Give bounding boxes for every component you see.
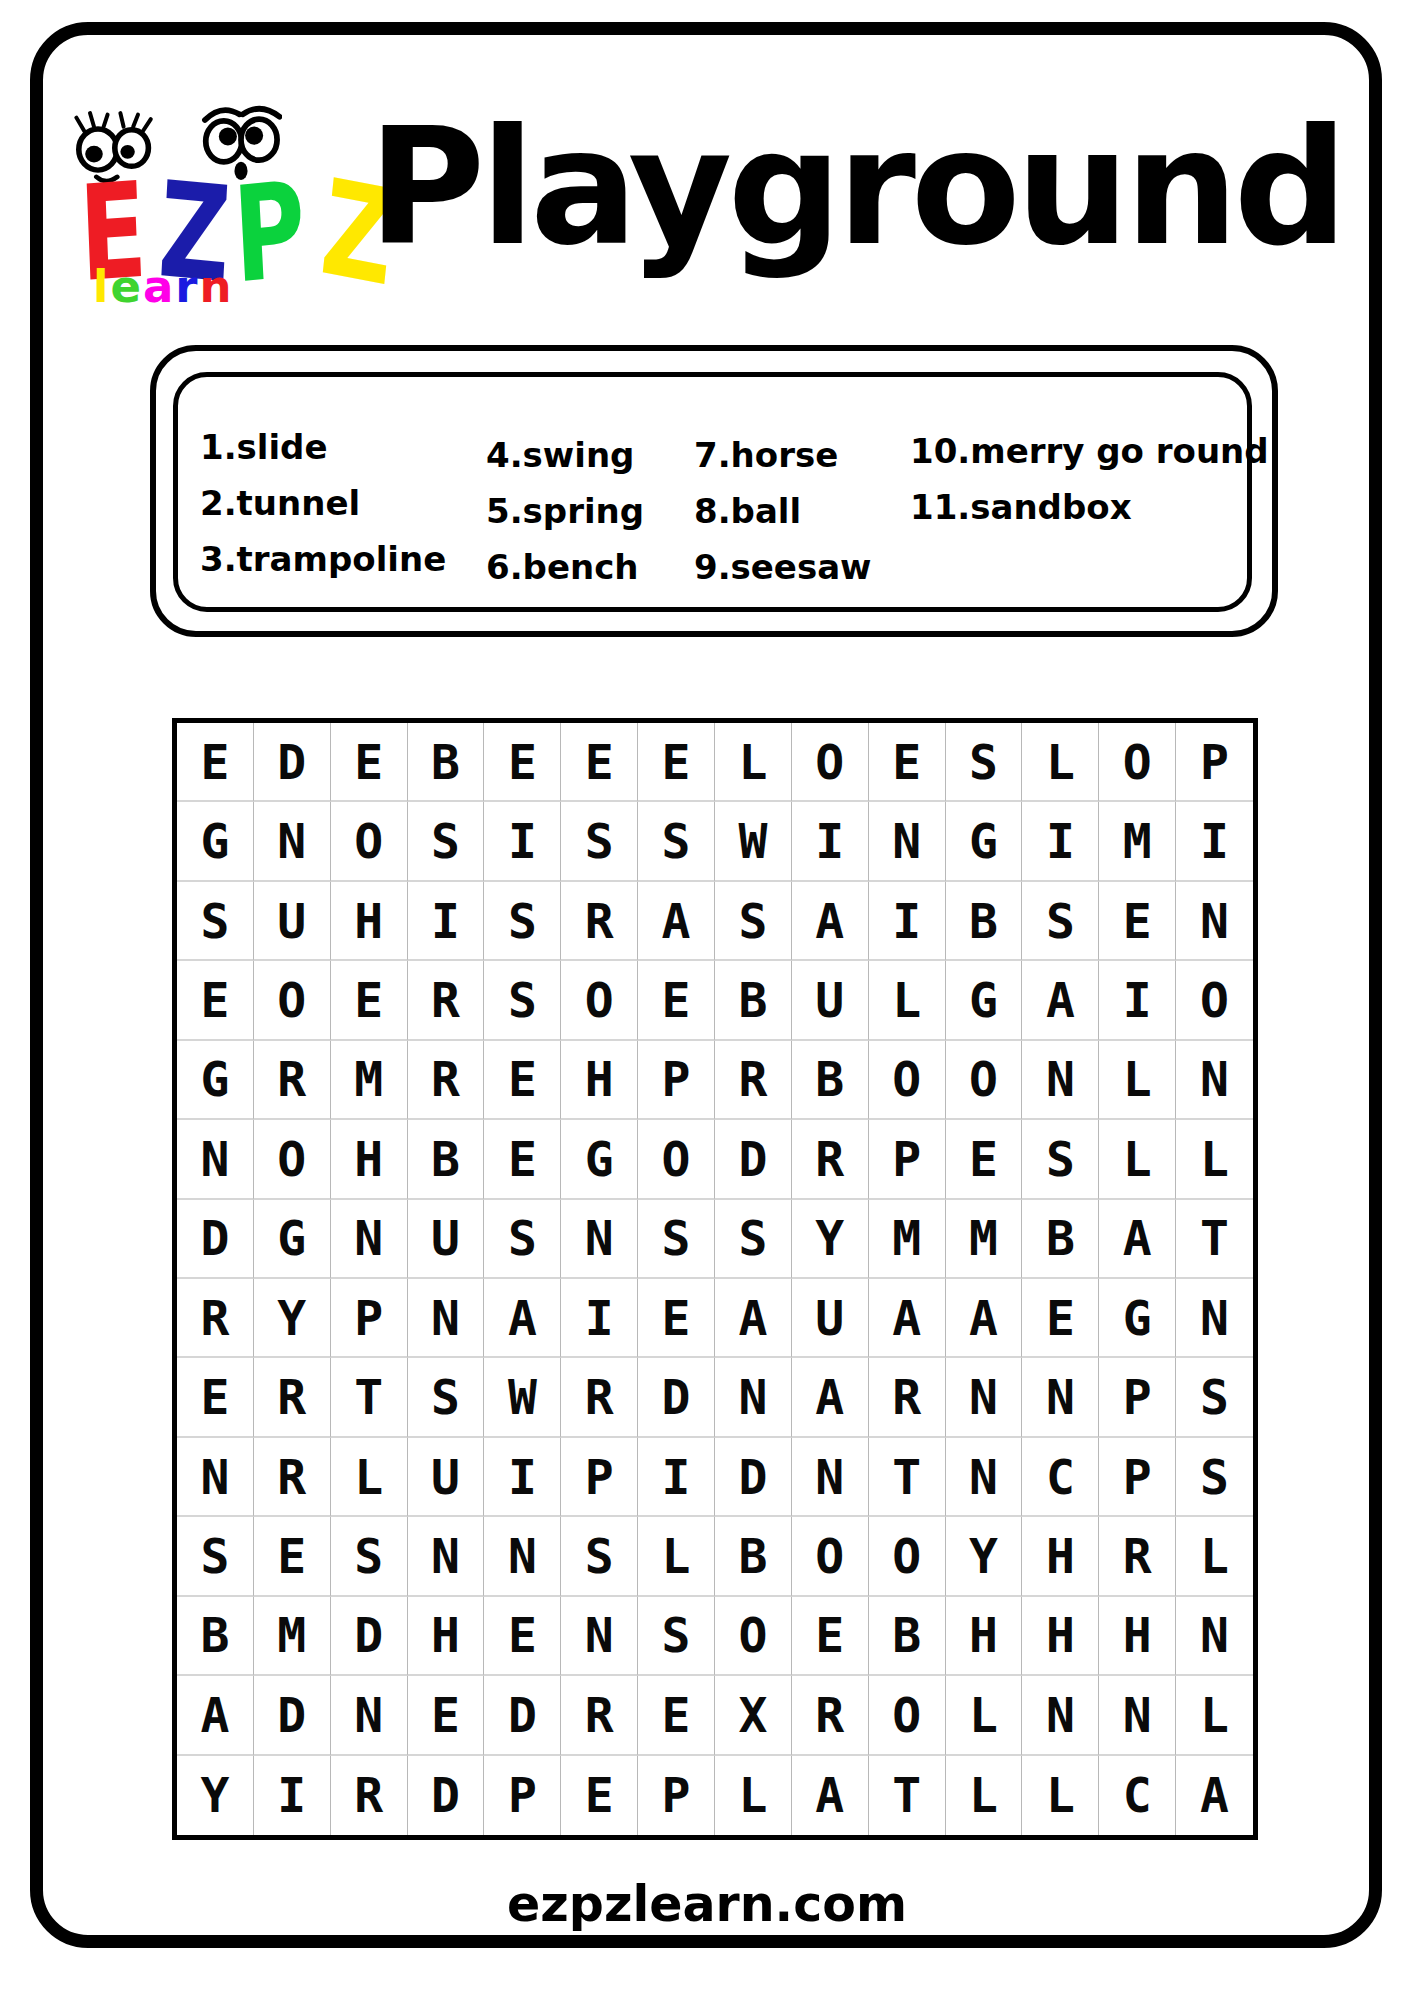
grid-cell-r11c9[interactable]: O (792, 1517, 869, 1596)
grid-cell-r3c1[interactable]: S (177, 882, 254, 961)
word-item: 11.sandbox (910, 479, 1269, 535)
grid-cell-r9c7[interactable]: D (638, 1358, 715, 1437)
grid-cell-r9c9[interactable]: A (792, 1358, 869, 1437)
sub-letter: a (143, 264, 173, 309)
grid-cell-r2c2[interactable]: N (254, 802, 331, 881)
page-title: Playground (348, 104, 1363, 272)
grid-cell-r11c6[interactable]: S (561, 1517, 638, 1596)
grid-cell-r9c3[interactable]: T (331, 1358, 408, 1437)
grid-cell-r2c5[interactable]: I (484, 802, 561, 881)
grid-cell-r4c4[interactable]: R (408, 961, 485, 1040)
sub-letter: n (200, 264, 232, 309)
grid-cell-r4c5[interactable]: S (484, 961, 561, 1040)
grid-cell-r2c13[interactable]: M (1099, 802, 1176, 881)
grid-cell-r3c5[interactable]: S (484, 882, 561, 961)
grid-cell-r13c8[interactable]: X (715, 1676, 792, 1755)
grid-cell-r8c1[interactable]: R (177, 1279, 254, 1358)
grid-cell-r10c1[interactable]: N (177, 1438, 254, 1517)
grid-cell-r3c9[interactable]: A (792, 882, 869, 961)
grid-cell-r1c14[interactable]: P (1176, 723, 1253, 802)
grid-cell-r12c7[interactable]: S (638, 1597, 715, 1676)
grid-cell-r14c5[interactable]: P (484, 1756, 561, 1835)
grid-cell-r8c10[interactable]: A (869, 1279, 946, 1358)
grid-cell-r12c11[interactable]: H (946, 1597, 1023, 1676)
grid-cell-r13c5[interactable]: D (484, 1676, 561, 1755)
grid-cell-r4c2[interactable]: O (254, 961, 331, 1040)
word-list-column-2: 4.swing5.spring6.bench (486, 427, 644, 595)
grid-cell-r4c13[interactable]: I (1099, 961, 1176, 1040)
grid-cell-r5c7[interactable]: P (638, 1041, 715, 1120)
grid-cell-r11c5[interactable]: N (484, 1517, 561, 1596)
grid-cell-r14c6[interactable]: E (561, 1756, 638, 1835)
grid-cell-r10c14[interactable]: S (1176, 1438, 1253, 1517)
grid-cell-r1c3[interactable]: E (331, 723, 408, 802)
grid-cell-r8c12[interactable]: E (1022, 1279, 1099, 1358)
grid-cell-r12c1[interactable]: B (177, 1597, 254, 1676)
grid-cell-r7c2[interactable]: G (254, 1200, 331, 1279)
grid-cell-r7c9[interactable]: Y (792, 1200, 869, 1279)
grid-cell-r8c8[interactable]: A (715, 1279, 792, 1358)
grid-cell-r1c5[interactable]: E (484, 723, 561, 802)
word-item: 5.spring (486, 483, 644, 539)
grid-cell-r9c12[interactable]: N (1022, 1358, 1099, 1437)
grid-cell-r14c4[interactable]: D (408, 1756, 485, 1835)
grid-cell-r10c10[interactable]: T (869, 1438, 946, 1517)
grid-cell-r1c9[interactable]: O (792, 723, 869, 802)
grid-cell-r2c6[interactable]: S (561, 802, 638, 881)
grid-cell-r1c11[interactable]: S (946, 723, 1023, 802)
grid-cell-r4c6[interactable]: O (561, 961, 638, 1040)
grid-cell-r7c11[interactable]: M (946, 1200, 1023, 1279)
grid-cell-r5c5[interactable]: E (484, 1041, 561, 1120)
grid-cell-r14c3[interactable]: R (331, 1756, 408, 1835)
grid-cell-r11c2[interactable]: E (254, 1517, 331, 1596)
grid-cell-r13c7[interactable]: E (638, 1676, 715, 1755)
grid-cell-r3c4[interactable]: I (408, 882, 485, 961)
word-item: 4.swing (486, 427, 644, 483)
grid-cell-r11c7[interactable]: L (638, 1517, 715, 1596)
grid-cell-r1c13[interactable]: O (1099, 723, 1176, 802)
grid-cell-r2c12[interactable]: I (1022, 802, 1099, 881)
grid-cell-r2c8[interactable]: W (715, 802, 792, 881)
grid-cell-r14c12[interactable]: L (1022, 1756, 1099, 1835)
grid-cell-r10c8[interactable]: D (715, 1438, 792, 1517)
grid-cell-r14c11[interactable]: L (946, 1756, 1023, 1835)
grid-cell-r7c7[interactable]: S (638, 1200, 715, 1279)
grid-cell-r11c4[interactable]: N (408, 1517, 485, 1596)
brand-sub: learn (92, 264, 233, 309)
grid-cell-r3c2[interactable]: U (254, 882, 331, 961)
brand-letter: P (230, 163, 308, 301)
grid-cell-r14c10[interactable]: T (869, 1756, 946, 1835)
grid-cell-r11c12[interactable]: H (1022, 1517, 1099, 1596)
grid-cell-r4c14[interactable]: O (1176, 961, 1253, 1040)
grid-cell-r4c9[interactable]: U (792, 961, 869, 1040)
grid-cell-r5c11[interactable]: O (946, 1041, 1023, 1120)
grid-cell-r3c6[interactable]: R (561, 882, 638, 961)
grid-cell-r4c11[interactable]: G (946, 961, 1023, 1040)
grid-cell-r7c13[interactable]: A (1099, 1200, 1176, 1279)
grid-cell-r4c7[interactable]: E (638, 961, 715, 1040)
grid-cell-r14c1[interactable]: Y (177, 1756, 254, 1835)
grid-cell-r12c9[interactable]: E (792, 1597, 869, 1676)
word-item: 6.bench (486, 539, 644, 595)
grid-cell-r9c10[interactable]: R (869, 1358, 946, 1437)
sub-letter: e (110, 264, 141, 309)
grid-cell-r8c11[interactable]: A (946, 1279, 1023, 1358)
grid-cell-r4c8[interactable]: B (715, 961, 792, 1040)
word-list-column-4: 10.merry go round11.sandbox (910, 423, 1269, 535)
grid-cell-r12c5[interactable]: E (484, 1597, 561, 1676)
grid-cell-r11c8[interactable]: B (715, 1517, 792, 1596)
grid-cell-r7c6[interactable]: N (561, 1200, 638, 1279)
grid-cell-r9c2[interactable]: R (254, 1358, 331, 1437)
grid-cell-r4c12[interactable]: A (1022, 961, 1099, 1040)
grid-cell-r12c2[interactable]: M (254, 1597, 331, 1676)
grid-cell-r2c10[interactable]: N (869, 802, 946, 881)
grid-cell-r6c1[interactable]: N (177, 1120, 254, 1199)
ezpz-learn-logo: EZPZ learn (62, 88, 362, 303)
grid-cell-r10c6[interactable]: P (561, 1438, 638, 1517)
grid-cell-r1c2[interactable]: D (254, 723, 331, 802)
grid-cell-r1c7[interactable]: E (638, 723, 715, 802)
grid-cell-r6c9[interactable]: R (792, 1120, 869, 1199)
grid-cell-r12c10[interactable]: B (869, 1597, 946, 1676)
grid-cell-r8c13[interactable]: G (1099, 1279, 1176, 1358)
sub-letter: r (175, 264, 197, 309)
grid-cell-r7c14[interactable]: T (1176, 1200, 1253, 1279)
grid-cell-r7c12[interactable]: B (1022, 1200, 1099, 1279)
grid-cell-r14c8[interactable]: L (715, 1756, 792, 1835)
grid-cell-r7c1[interactable]: D (177, 1200, 254, 1279)
grid-cell-r1c12[interactable]: L (1022, 723, 1099, 802)
grid-cell-r1c8[interactable]: L (715, 723, 792, 802)
grid-cell-r12c8[interactable]: O (715, 1597, 792, 1676)
grid-cell-r13c14[interactable]: L (1176, 1676, 1253, 1755)
grid-cell-r10c5[interactable]: I (484, 1438, 561, 1517)
grid-cell-r9c14[interactable]: S (1176, 1358, 1253, 1437)
grid-cell-r6c14[interactable]: L (1176, 1120, 1253, 1199)
grid-cell-r10c3[interactable]: L (331, 1438, 408, 1517)
word-list-column-1: 1.slide2.tunnel3.trampoline (200, 419, 446, 587)
grid-cell-r5c2[interactable]: R (254, 1041, 331, 1120)
grid-cell-r11c14[interactable]: L (1176, 1517, 1253, 1596)
grid-cell-r14c9[interactable]: A (792, 1756, 869, 1835)
grid-cell-r7c3[interactable]: N (331, 1200, 408, 1279)
grid-cell-r13c4[interactable]: E (408, 1676, 485, 1755)
grid-cell-r7c4[interactable]: U (408, 1200, 485, 1279)
grid-cell-r14c14[interactable]: A (1176, 1756, 1253, 1835)
grid-cell-r10c12[interactable]: C (1022, 1438, 1099, 1517)
worksheet-page: EZPZ learn Playground 1.slide2.tunnel3.t… (0, 0, 1414, 2000)
grid-cell-r13c13[interactable]: N (1099, 1676, 1176, 1755)
grid-cell-r10c7[interactable]: I (638, 1438, 715, 1517)
grid-cell-r4c3[interactable]: E (331, 961, 408, 1040)
grid-cell-r13c6[interactable]: R (561, 1676, 638, 1755)
grid-cell-r13c9[interactable]: R (792, 1676, 869, 1755)
grid-cell-r6c10[interactable]: P (869, 1120, 946, 1199)
grid-cell-r6c6[interactable]: G (561, 1120, 638, 1199)
grid-cell-r3c14[interactable]: N (1176, 882, 1253, 961)
grid-cell-r9c6[interactable]: R (561, 1358, 638, 1437)
grid-cell-r7c8[interactable]: S (715, 1200, 792, 1279)
grid-cell-r11c1[interactable]: S (177, 1517, 254, 1596)
word-item: 1.slide (200, 419, 446, 475)
grid-cell-r3c12[interactable]: S (1022, 882, 1099, 961)
grid-cell-r9c8[interactable]: N (715, 1358, 792, 1437)
word-list-box: 1.slide2.tunnel3.trampoline4.swing5.spri… (150, 345, 1278, 637)
grid-cell-r2c11[interactable]: G (946, 802, 1023, 881)
grid-cell-r10c13[interactable]: P (1099, 1438, 1176, 1517)
word-item: 3.trampoline (200, 531, 446, 587)
grid-cell-r6c3[interactable]: H (331, 1120, 408, 1199)
grid-cell-r8c2[interactable]: Y (254, 1279, 331, 1358)
grid-cell-r5c12[interactable]: N (1022, 1041, 1099, 1120)
grid-cell-r14c7[interactable]: P (638, 1756, 715, 1835)
grid-cell-r6c4[interactable]: B (408, 1120, 485, 1199)
grid-cell-r5c8[interactable]: R (715, 1041, 792, 1120)
grid-cell-r3c7[interactable]: A (638, 882, 715, 961)
grid-cell-r8c7[interactable]: E (638, 1279, 715, 1358)
grid-cell-r12c13[interactable]: H (1099, 1597, 1176, 1676)
grid-cell-r5c4[interactable]: R (408, 1041, 485, 1120)
grid-cell-r8c14[interactable]: N (1176, 1279, 1253, 1358)
grid-cell-r2c7[interactable]: S (638, 802, 715, 881)
grid-cell-r9c1[interactable]: E (177, 1358, 254, 1437)
grid-cell-r6c12[interactable]: S (1022, 1120, 1099, 1199)
grid-cell-r14c13[interactable]: C (1099, 1756, 1176, 1835)
grid-cell-r5c14[interactable]: N (1176, 1041, 1253, 1120)
grid-cell-r3c11[interactable]: B (946, 882, 1023, 961)
grid-cell-r4c1[interactable]: E (177, 961, 254, 1040)
grid-cell-r5c13[interactable]: L (1099, 1041, 1176, 1120)
word-item: 10.merry go round (910, 423, 1269, 479)
grid-cell-r5c1[interactable]: G (177, 1041, 254, 1120)
grid-cell-r9c13[interactable]: P (1099, 1358, 1176, 1437)
grid-cell-r2c1[interactable]: G (177, 802, 254, 881)
grid-cell-r12c3[interactable]: D (331, 1597, 408, 1676)
grid-cell-r11c3[interactable]: S (331, 1517, 408, 1596)
grid-cell-r2c3[interactable]: O (331, 802, 408, 881)
grid-cell-r1c10[interactable]: E (869, 723, 946, 802)
grid-cell-r9c11[interactable]: N (946, 1358, 1023, 1437)
grid-cell-r14c2[interactable]: I (254, 1756, 331, 1835)
grid-cell-r13c1[interactable]: A (177, 1676, 254, 1755)
grid-cell-r3c10[interactable]: I (869, 882, 946, 961)
word-item: 9.seesaw (694, 539, 872, 595)
grid-cell-r10c11[interactable]: N (946, 1438, 1023, 1517)
sub-letter: l (93, 264, 108, 309)
grid-cell-r3c3[interactable]: H (331, 882, 408, 961)
grid-cell-r13c10[interactable]: O (869, 1676, 946, 1755)
word-search-grid: EDEBEEELOESLOPGNOSISSWINGIMISUHISRASAIBS… (172, 718, 1258, 1840)
grid-cell-r10c2[interactable]: R (254, 1438, 331, 1517)
grid-cell-r12c14[interactable]: N (1176, 1597, 1253, 1676)
word-item: 2.tunnel (200, 475, 446, 531)
grid-cell-r2c9[interactable]: I (792, 802, 869, 881)
grid-cell-r9c5[interactable]: W (484, 1358, 561, 1437)
grid-cell-r12c12[interactable]: H (1022, 1597, 1099, 1676)
grid-cell-r9c4[interactable]: S (408, 1358, 485, 1437)
grid-cell-r10c4[interactable]: U (408, 1438, 485, 1517)
word-item: 7.horse (694, 427, 872, 483)
grid-cell-r6c2[interactable]: O (254, 1120, 331, 1199)
word-item: 8.ball (694, 483, 872, 539)
grid-cell-r13c11[interactable]: L (946, 1676, 1023, 1755)
grid-cell-r8c4[interactable]: N (408, 1279, 485, 1358)
word-list: 1.slide2.tunnel3.trampoline4.swing5.spri… (173, 372, 1252, 612)
grid-cell-r3c8[interactable]: S (715, 882, 792, 961)
grid-cell-r6c7[interactable]: O (638, 1120, 715, 1199)
word-list-column-3: 7.horse8.ball9.seesaw (694, 427, 872, 595)
grid-cell-r13c12[interactable]: N (1022, 1676, 1099, 1755)
grid-cell-r5c3[interactable]: M (331, 1041, 408, 1120)
grid-cell-r11c13[interactable]: R (1099, 1517, 1176, 1596)
grid-cell-r1c4[interactable]: B (408, 723, 485, 802)
grid-cell-r1c6[interactable]: E (561, 723, 638, 802)
grid-cell-r7c10[interactable]: M (869, 1200, 946, 1279)
grid-cell-r11c11[interactable]: Y (946, 1517, 1023, 1596)
grid-cell-r1c1[interactable]: E (177, 723, 254, 802)
grid-cell-r10c9[interactable]: N (792, 1438, 869, 1517)
grid-cell-r5c6[interactable]: H (561, 1041, 638, 1120)
grid-cell-r5c9[interactable]: B (792, 1041, 869, 1120)
grid-cell-r6c13[interactable]: L (1099, 1120, 1176, 1199)
grid-cell-r6c8[interactable]: D (715, 1120, 792, 1199)
grid-cell-r6c11[interactable]: E (946, 1120, 1023, 1199)
grid-cell-r6c5[interactable]: E (484, 1120, 561, 1199)
grid-cell-r8c6[interactable]: I (561, 1279, 638, 1358)
grid-cell-r13c2[interactable]: D (254, 1676, 331, 1755)
grid-cell-r13c3[interactable]: N (331, 1676, 408, 1755)
grid-cell-r2c4[interactable]: S (408, 802, 485, 881)
grid-cell-r12c6[interactable]: N (561, 1597, 638, 1676)
grid-cell-r8c5[interactable]: A (484, 1279, 561, 1358)
grid-cell-r8c3[interactable]: P (331, 1279, 408, 1358)
grid-cell-r3c13[interactable]: E (1099, 882, 1176, 961)
grid-cell-r8c9[interactable]: U (792, 1279, 869, 1358)
grid-cell-r12c4[interactable]: H (408, 1597, 485, 1676)
grid-cell-r11c10[interactable]: O (869, 1517, 946, 1596)
grid-cell-r5c10[interactable]: O (869, 1041, 946, 1120)
grid-cell-r7c5[interactable]: S (484, 1200, 561, 1279)
footer-url: ezpzlearn.com (0, 1876, 1414, 1933)
grid-cell-r4c10[interactable]: L (869, 961, 946, 1040)
grid-cell-r2c14[interactable]: I (1176, 802, 1253, 881)
